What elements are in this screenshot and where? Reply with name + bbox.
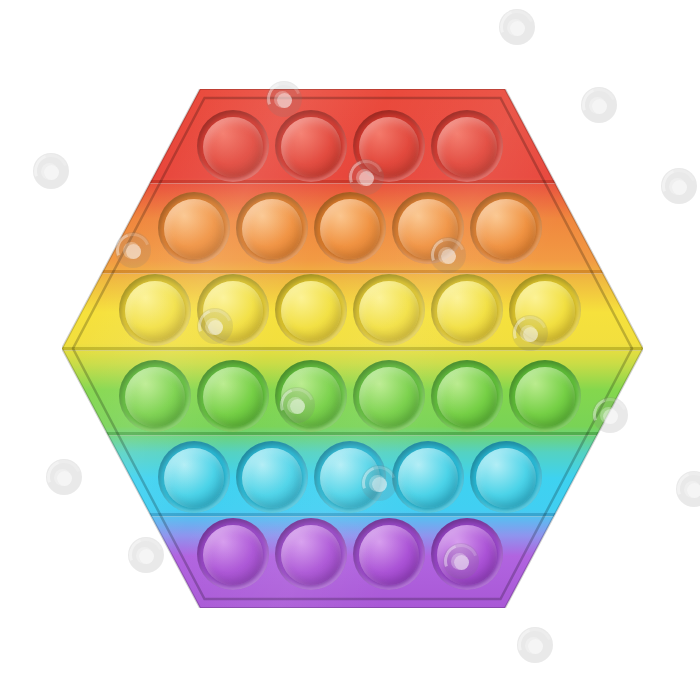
bubble-blue-4[interactable] (392, 441, 464, 513)
bubble-dome-orange-3 (320, 199, 380, 259)
bubble-dome-purple-4 (437, 525, 497, 585)
watermark-swirl-arc (671, 466, 700, 511)
watermark-swirl-arc (512, 622, 557, 667)
bubble-dome-orange-5 (476, 199, 536, 259)
bubble-dome-orange-1 (164, 199, 224, 259)
bubble-blue-5[interactable] (470, 441, 542, 513)
bubble-red-3[interactable] (353, 110, 425, 182)
bubble-row-green (59, 353, 640, 438)
bubble-row-yellow (59, 271, 640, 348)
bubble-red-1[interactable] (197, 110, 269, 182)
bubble-orange-3[interactable] (314, 192, 386, 264)
bubble-dome-red-3 (359, 117, 419, 177)
watermark-swirl-arc (494, 4, 539, 49)
bubble-dome-purple-2 (281, 525, 341, 585)
bubble-purple-3[interactable] (353, 518, 425, 590)
popit-board (62, 89, 643, 608)
image-canvas (0, 0, 700, 700)
bubble-dome-green-2 (203, 367, 263, 427)
bubble-green-5[interactable] (431, 360, 503, 432)
bubble-dome-blue-1 (164, 448, 224, 508)
bubble-yellow-2[interactable] (197, 274, 269, 346)
bubble-yellow-4[interactable] (353, 274, 425, 346)
bubble-green-2[interactable] (197, 360, 269, 432)
bubble-yellow-1[interactable] (119, 274, 191, 346)
watermark-swirl-hole (672, 180, 687, 195)
bubble-dome-blue-4 (398, 448, 458, 508)
bubble-orange-2[interactable] (236, 192, 308, 264)
bubble-yellow-3[interactable] (275, 274, 347, 346)
bubble-dome-green-4 (359, 367, 419, 427)
watermark-logo-16 (661, 168, 697, 204)
bubble-dome-blue-3 (320, 448, 380, 508)
bubble-dome-purple-3 (359, 525, 419, 585)
bubble-dome-yellow-5 (437, 281, 497, 341)
popit-toy (62, 89, 643, 608)
bubble-dome-green-5 (437, 367, 497, 427)
watermark-swirl-hole (687, 483, 700, 498)
bubble-dome-orange-2 (242, 199, 302, 259)
bubble-row-blue (59, 436, 640, 517)
watermark-swirl-hole (510, 21, 525, 36)
bubble-dome-yellow-4 (359, 281, 419, 341)
bubble-dome-yellow-6 (515, 281, 575, 341)
watermark-swirl-arc (656, 163, 700, 208)
bubble-dome-green-6 (515, 367, 575, 427)
watermark-logo-14 (499, 9, 535, 45)
bubble-red-2[interactable] (275, 110, 347, 182)
bubble-purple-4[interactable] (431, 518, 503, 590)
bubble-orange-5[interactable] (470, 192, 542, 264)
bubble-dome-yellow-2 (203, 281, 263, 341)
bubble-green-6[interactable] (509, 360, 581, 432)
bubble-green-1[interactable] (119, 360, 191, 432)
bubble-row-orange (59, 183, 640, 273)
watermark-swirl-hole (44, 165, 59, 180)
bubble-green-4[interactable] (353, 360, 425, 432)
bubble-blue-1[interactable] (158, 441, 230, 513)
watermark-swirl-hole (528, 639, 543, 654)
bubble-red-4[interactable] (431, 110, 503, 182)
bubble-row-red (59, 100, 640, 192)
bubble-dome-yellow-3 (281, 281, 341, 341)
watermark-logo-7 (517, 627, 553, 663)
bubble-yellow-5[interactable] (431, 274, 503, 346)
bubble-orange-4[interactable] (392, 192, 464, 264)
bubble-dome-orange-4 (398, 199, 458, 259)
bubble-dome-red-4 (437, 117, 497, 177)
bubble-blue-3[interactable] (314, 441, 386, 513)
watermark-logo-13 (676, 471, 700, 507)
bubble-dome-green-1 (125, 367, 185, 427)
bubble-purple-1[interactable] (197, 518, 269, 590)
bubble-dome-red-2 (281, 117, 341, 177)
bubble-row-purple (59, 507, 640, 601)
bubble-orange-1[interactable] (158, 192, 230, 264)
bubble-green-3[interactable] (275, 360, 347, 432)
bubble-dome-blue-5 (476, 448, 536, 508)
bubble-dome-green-3 (281, 367, 341, 427)
bubble-yellow-6[interactable] (509, 274, 581, 346)
bubble-purple-2[interactable] (275, 518, 347, 590)
bubble-dome-yellow-1 (125, 281, 185, 341)
bubble-dome-purple-1 (203, 525, 263, 585)
bubble-dome-red-1 (203, 117, 263, 177)
bubble-dome-blue-2 (242, 448, 302, 508)
bubble-blue-2[interactable] (236, 441, 308, 513)
